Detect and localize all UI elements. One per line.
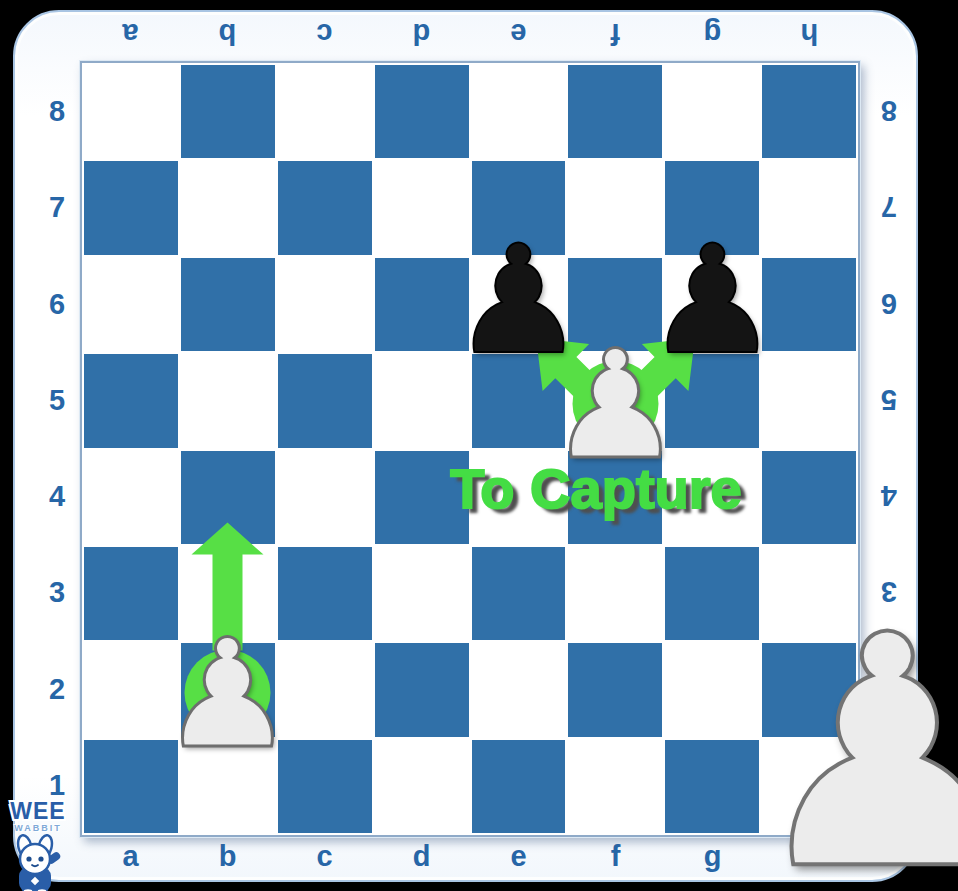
logo-title: WEE (2, 800, 74, 823)
square-e2[interactable] (472, 643, 566, 736)
square-e1[interactable] (472, 740, 566, 833)
square-c4[interactable] (278, 451, 372, 544)
square-d3[interactable] (375, 547, 469, 640)
square-d2[interactable] (375, 643, 469, 736)
square-g8[interactable] (665, 65, 759, 158)
square-e8[interactable] (472, 65, 566, 158)
square-c5[interactable] (278, 354, 372, 447)
file-label-top-d: d (373, 16, 470, 52)
rank-label-left-3: 3 (40, 574, 74, 610)
square-h8[interactable] (762, 65, 856, 158)
file-label-top-b: b (179, 16, 276, 52)
decorative-corner-pawn: ♟ (744, 593, 958, 891)
chess-lesson-canvas: aabbccddeeffgghh8877665544332211 ♟♟♟♟ To… (0, 0, 958, 891)
rank-label-right-7: 7 (872, 189, 906, 225)
logo-subtitle: WABBIT (2, 823, 74, 834)
file-label-bottom-e: e (470, 838, 567, 874)
file-label-bottom-f: f (567, 838, 664, 874)
square-c6[interactable] (278, 258, 372, 351)
wee-wabbit-logo: WEE WABBIT (2, 800, 74, 891)
square-a6[interactable] (84, 258, 178, 351)
square-c8[interactable] (278, 65, 372, 158)
file-label-bottom-b: b (179, 838, 276, 874)
rank-label-right-8: 8 (872, 93, 906, 129)
file-label-top-c: c (276, 16, 373, 52)
file-label-bottom-c: c (276, 838, 373, 874)
file-label-top-h: h (761, 16, 858, 52)
rank-label-left-7: 7 (40, 189, 74, 225)
square-d8[interactable] (375, 65, 469, 158)
square-e3[interactable] (472, 547, 566, 640)
file-label-top-f: f (567, 16, 664, 52)
square-a5[interactable] (84, 354, 178, 447)
rank-label-right-4: 4 (872, 478, 906, 514)
square-c7[interactable] (278, 161, 372, 254)
square-a7[interactable] (84, 161, 178, 254)
square-a4[interactable] (84, 451, 178, 544)
rank-label-left-2: 2 (40, 671, 74, 707)
square-a8[interactable] (84, 65, 178, 158)
square-b4[interactable] (181, 451, 275, 544)
file-label-bottom-a: a (82, 838, 179, 874)
lesson-caption: To Capture (400, 456, 792, 521)
white-pawn-b2[interactable]: ♟ (148, 619, 308, 769)
square-b7[interactable] (181, 161, 275, 254)
square-f8[interactable] (568, 65, 662, 158)
square-d1[interactable] (375, 740, 469, 833)
file-label-top-a: a (82, 16, 179, 52)
square-b8[interactable] (181, 65, 275, 158)
rank-label-left-4: 4 (40, 478, 74, 514)
rank-label-right-5: 5 (872, 382, 906, 418)
rank-label-left-5: 5 (40, 382, 74, 418)
square-f2[interactable] (568, 643, 662, 736)
file-label-bottom-d: d (373, 838, 470, 874)
rank-label-right-6: 6 (872, 286, 906, 322)
rank-label-left-8: 8 (40, 93, 74, 129)
square-b5[interactable] (181, 354, 275, 447)
square-b6[interactable] (181, 258, 275, 351)
rank-label-left-6: 6 (40, 286, 74, 322)
file-label-top-e: e (470, 16, 567, 52)
file-label-top-g: g (664, 16, 761, 52)
square-f1[interactable] (568, 740, 662, 833)
square-f3[interactable] (568, 547, 662, 640)
rabbit-mascot-icon (6, 834, 70, 891)
